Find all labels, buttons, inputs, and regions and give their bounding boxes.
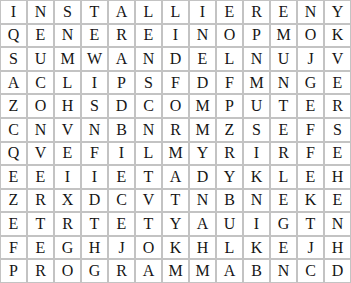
grid-cell[interactable]: H [324,236,351,260]
grid-cell[interactable]: A [108,47,135,71]
grid-cell[interactable]: V [324,47,351,71]
grid-cell[interactable]: O [297,24,324,48]
grid-cell[interactable]: D [324,259,351,283]
grid-cell[interactable]: T [81,212,108,236]
grid-cell[interactable]: E [270,0,297,24]
grid-cell[interactable]: H [54,94,81,118]
grid-cell[interactable]: I [81,71,108,95]
grid-cell[interactable]: O [162,94,189,118]
grid-cell[interactable]: L [162,0,189,24]
grid-cell[interactable]: G [81,259,108,283]
grid-cell[interactable]: M [189,94,216,118]
grid-cell[interactable]: K [243,165,270,189]
grid-cell[interactable]: K [162,236,189,260]
grid-cell[interactable]: F [216,71,243,95]
grid-cell[interactable]: D [81,189,108,213]
grid-cell[interactable]: Z [216,118,243,142]
grid-cell[interactable]: D [189,71,216,95]
grid-cell[interactable]: J [297,47,324,71]
grid-cell[interactable]: V [27,142,54,166]
grid-cell[interactable]: A [135,259,162,283]
grid-cell[interactable]: F [0,236,27,260]
grid-cell[interactable]: T [135,165,162,189]
grid-cell[interactable]: F [162,71,189,95]
grid-cell[interactable]: O [27,94,54,118]
grid-cell[interactable]: E [324,189,351,213]
grid-cell[interactable]: G [297,71,324,95]
grid-cell[interactable]: E [270,236,297,260]
grid-cell[interactable]: N [54,24,81,48]
grid-cell[interactable]: M [270,24,297,48]
grid-cell[interactable]: R [54,212,81,236]
grid-cell[interactable]: R [162,118,189,142]
grid-cell[interactable]: I [162,24,189,48]
grid-cell[interactable]: I [243,142,270,166]
grid-cell[interactable]: C [135,94,162,118]
grid-cell[interactable]: E [135,24,162,48]
grid-cell[interactable]: M [243,71,270,95]
grid-cell[interactable]: C [297,259,324,283]
grid-cell[interactable]: A [108,0,135,24]
grid-cell[interactable]: N [270,71,297,95]
grid-cell[interactable]: Q [0,142,27,166]
grid-cell[interactable]: T [81,0,108,24]
grid-cell[interactable]: A [0,71,27,95]
grid-cell[interactable]: E [297,94,324,118]
grid-cell[interactable]: R [108,259,135,283]
grid-cell[interactable]: E [27,165,54,189]
grid-cell[interactable]: H [81,236,108,260]
word-search-grid: INSTALLIERENYQENEREINOPMOKSUMWANDELNUJVA… [0,0,351,283]
grid-cell[interactable]: P [0,259,27,283]
grid-cell[interactable]: N [189,189,216,213]
grid-cell[interactable]: Z [0,189,27,213]
grid-cell[interactable]: B [216,189,243,213]
grid-cell[interactable]: C [108,189,135,213]
grid-cell[interactable]: Y [189,142,216,166]
grid-cell[interactable]: T [162,189,189,213]
grid-cell[interactable]: E [108,165,135,189]
grid-cell[interactable]: G [54,236,81,260]
grid-cell[interactable]: O [216,24,243,48]
grid-cell[interactable]: E [324,142,351,166]
grid-cell[interactable]: L [135,142,162,166]
grid-cell[interactable]: M [189,118,216,142]
grid-cell[interactable]: Y [324,0,351,24]
grid-cell[interactable]: D [162,47,189,71]
grid-cell[interactable]: S [81,94,108,118]
grid-cell[interactable]: L [54,71,81,95]
grid-cell[interactable]: M [189,259,216,283]
grid-cell[interactable]: V [54,118,81,142]
grid-cell[interactable]: E [189,47,216,71]
grid-cell[interactable]: N [81,118,108,142]
grid-cell[interactable]: E [0,212,27,236]
grid-cell[interactable]: F [297,118,324,142]
grid-cell[interactable]: Z [0,94,27,118]
grid-cell[interactable]: T [297,212,324,236]
grid-cell[interactable]: S [243,118,270,142]
grid-cell[interactable]: I [108,142,135,166]
grid-cell[interactable]: P [243,24,270,48]
grid-cell[interactable]: R [108,24,135,48]
grid-cell[interactable]: R [243,0,270,24]
grid-cell[interactable]: O [135,236,162,260]
grid-cell[interactable]: F [81,142,108,166]
grid-cell[interactable]: S [0,47,27,71]
grid-cell[interactable]: T [270,94,297,118]
grid-cell[interactable]: Q [0,24,27,48]
grid-cell[interactable]: Y [162,212,189,236]
grid-cell[interactable]: N [27,0,54,24]
grid-cell[interactable]: E [54,142,81,166]
grid-cell[interactable]: E [324,71,351,95]
grid-cell[interactable]: R [270,142,297,166]
grid-cell[interactable]: X [54,189,81,213]
grid-cell[interactable]: I [243,212,270,236]
grid-cell[interactable]: O [54,259,81,283]
grid-cell[interactable]: R [27,259,54,283]
grid-cell[interactable]: R [324,94,351,118]
grid-cell[interactable]: E [108,212,135,236]
grid-cell[interactable]: R [216,142,243,166]
grid-cell[interactable]: M [162,259,189,283]
grid-cell[interactable]: E [270,189,297,213]
grid-cell[interactable]: E [216,0,243,24]
grid-cell[interactable]: K [243,236,270,260]
grid-cell[interactable]: A [162,165,189,189]
grid-cell[interactable]: N [135,118,162,142]
grid-cell[interactable]: J [297,236,324,260]
grid-cell[interactable]: I [189,0,216,24]
grid-cell[interactable]: J [108,236,135,260]
grid-cell[interactable]: S [54,0,81,24]
grid-cell[interactable]: E [27,24,54,48]
grid-cell[interactable]: L [270,165,297,189]
grid-cell[interactable]: I [81,165,108,189]
grid-cell[interactable]: L [216,47,243,71]
grid-cell[interactable]: N [270,259,297,283]
grid-cell[interactable]: V [135,189,162,213]
grid-cell[interactable]: U [27,47,54,71]
grid-cell[interactable]: H [189,236,216,260]
grid-cell[interactable]: S [135,71,162,95]
grid-cell[interactable]: F [297,142,324,166]
grid-cell[interactable]: T [135,212,162,236]
grid-cell[interactable]: B [108,118,135,142]
grid-cell[interactable]: K [297,189,324,213]
grid-cell[interactable]: C [0,118,27,142]
grid-cell[interactable]: L [135,0,162,24]
grid-cell[interactable]: P [216,94,243,118]
grid-cell[interactable]: S [324,118,351,142]
grid-cell[interactable]: A [189,212,216,236]
grid-cell[interactable]: P [108,71,135,95]
grid-cell[interactable]: D [108,94,135,118]
grid-cell[interactable]: E [270,118,297,142]
grid-cell[interactable]: U [270,47,297,71]
grid-cell[interactable]: A [216,259,243,283]
grid-cell[interactable]: N [297,0,324,24]
grid-cell[interactable]: M [162,142,189,166]
grid-cell[interactable]: T [27,212,54,236]
grid-cell[interactable]: N [243,47,270,71]
grid-cell[interactable]: N [27,118,54,142]
grid-cell[interactable]: C [27,71,54,95]
grid-cell[interactable]: G [270,212,297,236]
grid-cell[interactable]: E [27,236,54,260]
grid-cell[interactable]: N [189,24,216,48]
grid-cell[interactable]: L [216,236,243,260]
grid-cell[interactable]: M [54,47,81,71]
grid-cell[interactable]: H [324,165,351,189]
grid-cell[interactable]: U [216,212,243,236]
grid-cell[interactable]: E [81,24,108,48]
grid-cell[interactable]: Y [216,165,243,189]
grid-cell[interactable]: E [297,165,324,189]
grid-cell[interactable]: I [54,165,81,189]
grid-cell[interactable]: N [243,189,270,213]
grid-cell[interactable]: N [135,47,162,71]
grid-cell[interactable]: B [243,259,270,283]
grid-cell[interactable]: I [0,0,27,24]
grid-cell[interactable]: R [27,189,54,213]
grid-cell[interactable]: U [243,94,270,118]
grid-cell[interactable]: W [81,47,108,71]
grid-cell[interactable]: K [324,24,351,48]
grid-cell[interactable]: N [324,212,351,236]
grid-cell[interactable]: E [0,165,27,189]
grid-cell[interactable]: D [189,165,216,189]
